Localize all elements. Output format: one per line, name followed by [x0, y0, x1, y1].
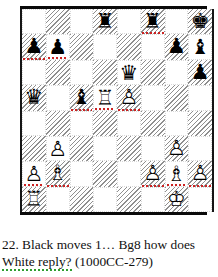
- square-d2: [93, 161, 117, 186]
- square-h1: [188, 187, 212, 212]
- square-f2: ♟♙: [141, 161, 165, 186]
- square-b3: ♟♙: [46, 136, 70, 161]
- square-h4: [188, 111, 212, 136]
- square-f5: [141, 85, 165, 110]
- white-pawn: ♙: [165, 136, 189, 161]
- square-b6: [46, 60, 70, 85]
- black-queen: ♛: [118, 61, 140, 84]
- black-pawn: ♟: [22, 34, 46, 59]
- caption-line-1: 22. Black moves 1… Bg8 how does: [2, 237, 216, 254]
- square-c4: [70, 111, 94, 136]
- white-pawn: ♙: [188, 161, 212, 186]
- white-rook: ♖: [22, 187, 46, 212]
- black-pawn: ♟: [165, 34, 189, 59]
- white-bishop: ♗: [46, 161, 70, 186]
- black-rook: ♜: [93, 9, 117, 34]
- square-e4: [117, 111, 141, 136]
- square-g4: [165, 111, 189, 136]
- caption-line-2: White reply? (1000CC-279): [2, 254, 216, 271]
- square-e5: ♟♙: [117, 85, 141, 110]
- black-rook: ♜: [141, 9, 165, 34]
- square-e3: [117, 136, 141, 161]
- black-queen: ♛: [22, 85, 46, 110]
- square-h8: ♚: [188, 9, 212, 34]
- square-f4: [141, 111, 165, 136]
- chess-diagram: ♜♜♚♟♟♟♝♛♟♛♝♜♖♟♙♟♙♟♙♟♙♝♗♟♙♝♗♟♙♜♖♚♔: [20, 6, 214, 215]
- square-b5: [46, 85, 70, 110]
- caption: 22. Black moves 1… Bg8 how does White re…: [2, 237, 216, 270]
- square-e1: [117, 187, 141, 212]
- page: ♜♜♚♟♟♟♝♛♟♛♝♜♖♟♙♟♙♟♙♟♙♝♗♟♙♝♗♟♙♜♖♚♔ 22. Bl…: [0, 0, 218, 277]
- square-e7: [117, 34, 141, 59]
- square-g5: [165, 85, 189, 110]
- square-f6: [141, 60, 165, 85]
- square-a6: [22, 60, 46, 85]
- white-pawn: ♙: [23, 162, 45, 185]
- black-bishop: ♝: [70, 85, 94, 110]
- square-d4: [93, 111, 117, 136]
- square-c3: [70, 136, 94, 161]
- square-b4: [46, 111, 70, 136]
- square-c2: [70, 161, 94, 186]
- square-c6: [70, 60, 94, 85]
- square-c5: ♝: [70, 85, 94, 110]
- chess-board: ♜♜♚♟♟♟♝♛♟♛♝♜♖♟♙♟♙♟♙♟♙♝♗♟♙♝♗♟♙♜♖♚♔: [20, 9, 214, 212]
- square-g7: ♟: [165, 34, 189, 59]
- square-h6: ♟: [188, 60, 212, 85]
- square-a3: [22, 136, 46, 161]
- white-pawn: ♙: [141, 161, 165, 186]
- square-g3: ♟♙: [165, 136, 189, 161]
- board-bottom-border: [20, 212, 207, 215]
- square-d7: [93, 34, 117, 59]
- square-e8: [117, 9, 141, 34]
- square-f3: [141, 136, 165, 161]
- square-c8: [70, 9, 94, 34]
- square-h7: ♝: [188, 34, 212, 59]
- square-g2: ♝♗: [165, 161, 189, 186]
- square-e6: ♛: [117, 60, 141, 85]
- square-d8: ♜: [93, 9, 117, 34]
- square-h3: [188, 136, 212, 161]
- square-f7: [141, 34, 165, 59]
- square-f1: [141, 187, 165, 212]
- square-d3: [93, 136, 117, 161]
- square-b1: [46, 187, 70, 212]
- square-e2: [117, 161, 141, 186]
- square-g1: ♚♔: [165, 187, 189, 212]
- white-bishop: ♗: [166, 162, 188, 185]
- square-b7: ♟: [46, 34, 70, 59]
- square-h5: [188, 85, 212, 110]
- square-a1: ♜♖: [22, 187, 46, 212]
- black-king: ♚: [188, 9, 212, 34]
- black-pawn: ♟: [47, 35, 69, 58]
- black-pawn: ♟: [188, 60, 212, 85]
- square-d5: ♜♖: [93, 85, 117, 110]
- square-a2: ♟♙: [22, 161, 46, 186]
- square-h2: ♟♙: [188, 161, 212, 186]
- white-rook: ♖: [94, 86, 116, 109]
- square-a5: ♛: [22, 85, 46, 110]
- square-d6: [93, 60, 117, 85]
- white-pawn: ♙: [47, 137, 69, 160]
- square-g6: [165, 60, 189, 85]
- square-b2: ♝♗: [46, 161, 70, 186]
- white-pawn: ♙: [117, 85, 141, 110]
- white-king: ♔: [165, 187, 189, 212]
- black-bishop: ♝: [189, 35, 211, 58]
- caption-source: (1000CC-279): [72, 254, 153, 269]
- square-a7: ♟: [22, 34, 46, 59]
- square-g8: [165, 9, 189, 34]
- square-c1: [70, 187, 94, 212]
- square-d1: [93, 187, 117, 212]
- square-b8: [46, 9, 70, 34]
- caption-question: White reply?: [2, 254, 72, 271]
- square-a8: [22, 9, 46, 34]
- square-a4: [22, 111, 46, 136]
- square-c7: [70, 34, 94, 59]
- square-f8: ♜: [141, 9, 165, 34]
